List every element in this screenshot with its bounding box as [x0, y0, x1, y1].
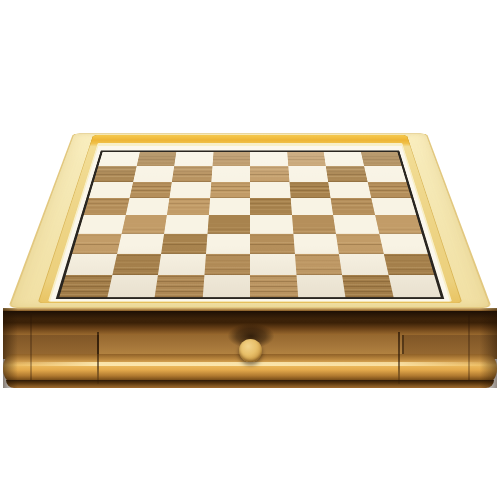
molding-highlight	[13, 362, 487, 366]
square-c1[interactable]	[155, 275, 204, 298]
square-b3[interactable]	[117, 234, 164, 254]
square-c6[interactable]	[169, 182, 210, 198]
cabinet-bottom-lip	[6, 380, 494, 388]
square-d1[interactable]	[202, 275, 250, 298]
square-h7[interactable]	[364, 166, 406, 181]
square-f4[interactable]	[292, 215, 336, 233]
square-a7[interactable]	[94, 166, 136, 181]
square-f8[interactable]	[287, 152, 326, 166]
square-c3[interactable]	[161, 234, 207, 254]
square-g1[interactable]	[342, 275, 393, 298]
square-g4[interactable]	[333, 215, 379, 233]
square-g3[interactable]	[336, 234, 383, 254]
square-d7[interactable]	[211, 166, 250, 181]
square-f5[interactable]	[290, 198, 333, 215]
square-b1[interactable]	[107, 275, 158, 298]
corner-seam-left	[30, 314, 32, 380]
drawer-seam-right	[398, 332, 400, 384]
square-h4[interactable]	[375, 215, 422, 233]
square-a5[interactable]	[84, 198, 129, 215]
square-c7[interactable]	[172, 166, 212, 181]
square-g6[interactable]	[328, 182, 371, 198]
drawer-seam-left	[97, 332, 99, 384]
square-a2[interactable]	[66, 253, 117, 274]
chess-board	[8, 133, 492, 308]
square-d6[interactable]	[210, 182, 250, 198]
square-e1[interactable]	[250, 275, 298, 298]
square-c4[interactable]	[164, 215, 208, 233]
square-e4[interactable]	[250, 215, 293, 233]
square-d3[interactable]	[206, 234, 250, 254]
corner-seam-right	[468, 314, 470, 380]
square-h8[interactable]	[361, 152, 402, 166]
square-d4[interactable]	[207, 215, 250, 233]
square-a6[interactable]	[89, 182, 133, 198]
square-b7[interactable]	[133, 166, 174, 181]
board-squares-grid	[59, 152, 441, 297]
square-a1[interactable]	[59, 275, 112, 298]
square-e6[interactable]	[250, 182, 290, 198]
drawer-knob[interactable]	[239, 339, 262, 362]
square-b4[interactable]	[121, 215, 167, 233]
square-f6[interactable]	[289, 182, 330, 198]
square-f3[interactable]	[293, 234, 339, 254]
square-e8[interactable]	[250, 152, 288, 166]
square-d2[interactable]	[204, 253, 250, 274]
square-h1[interactable]	[388, 275, 441, 298]
square-f2[interactable]	[294, 253, 342, 274]
square-e7[interactable]	[250, 166, 289, 181]
square-c2[interactable]	[158, 253, 206, 274]
square-h3[interactable]	[379, 234, 428, 254]
square-g8[interactable]	[324, 152, 364, 166]
square-d5[interactable]	[208, 198, 250, 215]
square-h5[interactable]	[371, 198, 416, 215]
square-c8[interactable]	[174, 152, 213, 166]
drawer-cabinet	[3, 308, 497, 388]
square-b5[interactable]	[125, 198, 169, 215]
square-a4[interactable]	[78, 215, 125, 233]
square-g5[interactable]	[331, 198, 375, 215]
square-e2[interactable]	[250, 253, 296, 274]
square-a8[interactable]	[98, 152, 139, 166]
square-e5[interactable]	[250, 198, 292, 215]
square-a3[interactable]	[72, 234, 121, 254]
square-h6[interactable]	[367, 182, 411, 198]
square-f7[interactable]	[288, 166, 328, 181]
square-b6[interactable]	[129, 182, 172, 198]
square-c5[interactable]	[167, 198, 210, 215]
chess-box-scene	[0, 0, 500, 500]
square-b8[interactable]	[136, 152, 176, 166]
square-f1[interactable]	[296, 275, 345, 298]
square-g2[interactable]	[339, 253, 388, 274]
square-h2[interactable]	[383, 253, 434, 274]
square-b2[interactable]	[112, 253, 161, 274]
square-e3[interactable]	[250, 234, 294, 254]
square-d8[interactable]	[212, 152, 250, 166]
square-g7[interactable]	[326, 166, 367, 181]
